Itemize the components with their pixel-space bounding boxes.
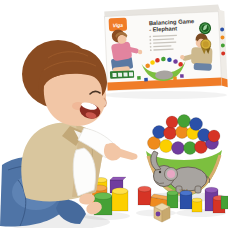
elephant-ear-inner [167, 170, 175, 178]
stack-disc [164, 127, 177, 140]
viga-logo-text: Viga [113, 22, 124, 28]
stack-disc [190, 118, 203, 131]
stack-disc [166, 116, 178, 128]
stack-disc [178, 115, 191, 128]
product-box: Viga Balancing Game - Elephant [104, 4, 228, 92]
die-dot [156, 212, 161, 217]
stack-disc [208, 130, 220, 142]
color-die [154, 203, 170, 222]
green-age-badge [110, 70, 134, 79]
box-title-line2: - Elephant [149, 25, 177, 32]
product-photo: Viga Balancing Game - Elephant [0, 0, 228, 228]
stack-disc [160, 140, 173, 153]
green-cube [221, 196, 228, 209]
stack-disc [172, 142, 185, 155]
elephant-eye [159, 171, 161, 173]
thumb [108, 143, 116, 149]
box-shadow [103, 91, 227, 99]
